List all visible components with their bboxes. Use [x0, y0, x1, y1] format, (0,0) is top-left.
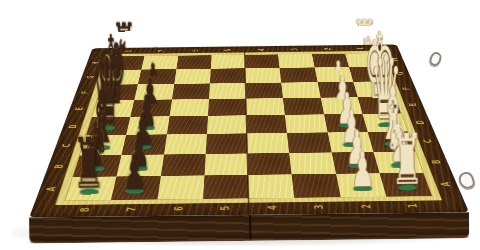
rank-label-front-1: 1 — [388, 200, 438, 211]
rank-label-back-1: 1 — [343, 46, 378, 52]
rank-label-front-7: 7 — [107, 204, 156, 215]
rank-label-back-8: 8 — [111, 48, 146, 54]
rank-label-front-8: 8 — [60, 204, 110, 215]
piece-white-rook-a1[interactable]: ♜ — [376, 47, 439, 192]
rank-label-front-5: 5 — [202, 202, 249, 213]
black-rook-icon: ♜ — [72, 131, 105, 195]
rank-label-back-2: 2 — [310, 46, 344, 52]
white-pawn-icon: ♟ — [350, 147, 374, 192]
rank-label-front-3: 3 — [295, 201, 344, 212]
piece-black-pawn-a7[interactable]: ♟ — [102, 50, 165, 195]
perspective-scene: 87654321 87654321 HGFEDCBA HGFEDCBA ♜♞♝♛… — [0, 0, 480, 250]
rank-label-back-6: 6 — [178, 48, 212, 54]
rank-label-back-5: 5 — [211, 47, 244, 53]
rank-label-front-4: 4 — [249, 202, 297, 213]
rank-label-front-6: 6 — [154, 203, 202, 214]
rank-label-front-2: 2 — [342, 201, 392, 212]
rank-label-back-4: 4 — [245, 47, 279, 53]
black-pawn-icon: ♟ — [122, 150, 146, 195]
rank-label-back-7: 7 — [145, 48, 179, 54]
product-photo-stage: 87654321 87654321 HGFEDCBA HGFEDCBA ♜♞♝♛… — [0, 0, 480, 250]
box-front-face — [29, 212, 469, 243]
rank-label-back-3: 3 — [277, 46, 311, 52]
board-plane: 87654321 87654321 HGFEDCBA HGFEDCBA ♜♞♝♛… — [29, 45, 469, 218]
